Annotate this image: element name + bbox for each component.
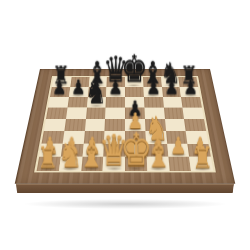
square-e8: ♚ <box>125 77 143 87</box>
board-grid: ♜♝♛♚♝♞♜♟♟♟♟♟♟♟♞♟♟♞♟♟♟♟♟♟♟♜♞♝♛♚♝♜ <box>37 77 214 171</box>
piece-black-pawn-f7: ♟ <box>146 78 160 98</box>
piece-black-pawn-d7: ♟ <box>108 78 122 98</box>
board-scene: ♜♝♛♚♝♞♜♟♟♟♟♟♟♟♞♟♟♞♟♟♟♟♟♟♟♜♞♝♛♚♝♜ <box>29 23 221 215</box>
square-h7: ♟ <box>180 87 200 97</box>
square-b4 <box>64 119 85 131</box>
square-g7: ♟ <box>162 87 182 97</box>
square-d7: ♟ <box>106 87 125 97</box>
piece-black-pawn-h7: ♟ <box>184 78 198 98</box>
square-d6 <box>106 97 125 108</box>
square-e7 <box>125 87 144 97</box>
square-f1: ♝ <box>146 157 169 171</box>
square-a6 <box>48 97 69 108</box>
piece-black-pawn-b7: ♟ <box>71 78 85 98</box>
square-a4 <box>44 119 66 131</box>
square-h4 <box>184 119 206 131</box>
piece-white-bishop-f1: ♝ <box>145 135 172 172</box>
board-frame: ♜♝♛♚♝♞♜♟♟♟♟♟♟♟♞♟♟♞♟♟♟♟♟♟♟♜♞♝♛♚♝♜ <box>15 69 236 184</box>
square-h6 <box>181 97 202 108</box>
chess-board: ♜♝♛♚♝♞♜♟♟♟♟♟♟♟♞♟♟♞♟♟♟♟♟♟♟♜♞♝♛♚♝♜ <box>15 69 236 184</box>
piece-white-rook-h1: ♜ <box>192 143 213 172</box>
square-f6 <box>144 97 164 108</box>
piece-black-pawn-g7: ♟ <box>165 78 179 98</box>
board-side-edge <box>16 184 234 193</box>
piece-black-pawn-a7: ♟ <box>52 78 66 98</box>
piece-white-pawn-g2: ♟ <box>171 135 187 158</box>
chessboard-product-photo: ♜♝♛♚♝♞♜♟♟♟♟♟♟♟♞♟♟♞♟♟♟♟♟♟♟♜♞♝♛♚♝♜ <box>0 0 250 250</box>
square-e1: ♚ <box>125 157 147 171</box>
piece-black-knight-c6: ♞ <box>85 78 107 108</box>
square-h1: ♜ <box>189 157 213 171</box>
square-f7: ♟ <box>143 87 162 97</box>
square-g6 <box>163 97 183 108</box>
square-a7: ♟ <box>50 87 70 97</box>
piece-white-rook-a1: ♜ <box>37 143 58 172</box>
square-c6: ♞ <box>87 97 107 108</box>
